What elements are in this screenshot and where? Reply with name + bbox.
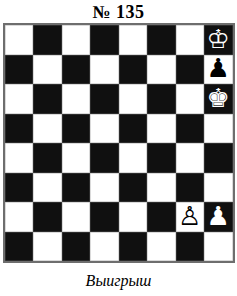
square-g2[interactable]: ♙: [176, 202, 205, 232]
square-f3[interactable]: [147, 173, 176, 203]
square-c3[interactable]: [62, 173, 91, 203]
square-h1[interactable]: [204, 232, 233, 262]
square-e6[interactable]: [119, 84, 148, 114]
square-a6[interactable]: [5, 84, 34, 114]
white-pawn: ♟: [207, 203, 230, 229]
square-e7[interactable]: [119, 55, 148, 85]
square-c7[interactable]: [62, 55, 91, 85]
square-h7[interactable]: ♟: [204, 55, 233, 85]
square-a1[interactable]: [5, 232, 34, 262]
square-c8[interactable]: [62, 25, 91, 55]
square-g7[interactable]: [176, 55, 205, 85]
square-g1[interactable]: [176, 232, 205, 262]
square-d5[interactable]: [90, 114, 119, 144]
square-b5[interactable]: [33, 114, 62, 144]
square-h4[interactable]: [204, 143, 233, 173]
square-g3[interactable]: [176, 173, 205, 203]
square-e2[interactable]: [119, 202, 148, 232]
black-king: ♔: [207, 26, 230, 52]
square-a8[interactable]: [5, 25, 34, 55]
black-pawn: ♟: [207, 55, 230, 81]
square-f7[interactable]: [147, 55, 176, 85]
square-e4[interactable]: [119, 143, 148, 173]
square-f5[interactable]: [147, 114, 176, 144]
square-h2[interactable]: ♟: [204, 202, 233, 232]
square-f8[interactable]: [147, 25, 176, 55]
stipulation-caption: Выигрыш: [86, 272, 152, 290]
square-e1[interactable]: [119, 232, 148, 262]
square-e3[interactable]: [119, 173, 148, 203]
square-c4[interactable]: [62, 143, 91, 173]
square-g4[interactable]: [176, 143, 205, 173]
square-d6[interactable]: [90, 84, 119, 114]
square-b4[interactable]: [33, 143, 62, 173]
chess-board: ♔♟♚♙♟: [3, 23, 235, 263]
white-pawn: ♙: [178, 203, 201, 229]
square-g6[interactable]: [176, 84, 205, 114]
square-b1[interactable]: [33, 232, 62, 262]
square-f1[interactable]: [147, 232, 176, 262]
square-b3[interactable]: [33, 173, 62, 203]
square-d1[interactable]: [90, 232, 119, 262]
square-d3[interactable]: [90, 173, 119, 203]
square-d4[interactable]: [90, 143, 119, 173]
puzzle-number: № 135: [92, 1, 144, 23]
square-b6[interactable]: [33, 84, 62, 114]
square-b7[interactable]: [33, 55, 62, 85]
square-f6[interactable]: [147, 84, 176, 114]
square-d8[interactable]: [90, 25, 119, 55]
square-a5[interactable]: [5, 114, 34, 144]
square-g5[interactable]: [176, 114, 205, 144]
square-h6[interactable]: ♚: [204, 84, 233, 114]
square-b2[interactable]: [33, 202, 62, 232]
square-h3[interactable]: [204, 173, 233, 203]
square-c2[interactable]: [62, 202, 91, 232]
square-a2[interactable]: [5, 202, 34, 232]
square-f2[interactable]: [147, 202, 176, 232]
square-a3[interactable]: [5, 173, 34, 203]
square-f4[interactable]: [147, 143, 176, 173]
square-h5[interactable]: [204, 114, 233, 144]
square-d7[interactable]: [90, 55, 119, 85]
square-b8[interactable]: [33, 25, 62, 55]
square-c5[interactable]: [62, 114, 91, 144]
square-d2[interactable]: [90, 202, 119, 232]
square-a7[interactable]: [5, 55, 34, 85]
square-e5[interactable]: [119, 114, 148, 144]
page: № 135 ♔♟♚♙♟ Выигрыш: [0, 0, 237, 296]
square-h8[interactable]: ♔: [204, 25, 233, 55]
square-e8[interactable]: [119, 25, 148, 55]
square-c1[interactable]: [62, 232, 91, 262]
square-g8[interactable]: [176, 25, 205, 55]
white-king: ♚: [207, 85, 230, 111]
square-c6[interactable]: [62, 84, 91, 114]
square-a4[interactable]: [5, 143, 34, 173]
